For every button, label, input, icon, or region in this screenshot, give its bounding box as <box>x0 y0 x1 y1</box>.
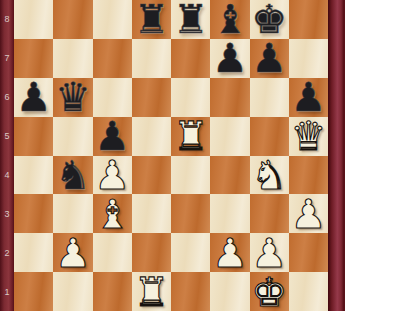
square-h2[interactable] <box>289 233 328 272</box>
square-c2[interactable] <box>93 233 132 272</box>
square-c8[interactable] <box>93 0 132 39</box>
piece-white-rook: ♜ <box>133 272 169 311</box>
square-f8[interactable]: ♝ <box>210 0 249 39</box>
rank-label-6: 6 <box>0 78 14 117</box>
piece-black-queen: ♛ <box>55 78 91 117</box>
square-c3[interactable]: ♝ <box>93 194 132 233</box>
square-e5[interactable]: ♜ <box>171 117 210 156</box>
square-f5[interactable] <box>210 117 249 156</box>
square-f6[interactable] <box>210 78 249 117</box>
piece-black-pawn: ♟ <box>290 78 326 117</box>
piece-white-pawn: ♟ <box>55 233 91 272</box>
piece-white-knight: ♞ <box>251 156 287 195</box>
square-c4[interactable]: ♟ <box>93 156 132 195</box>
piece-white-queen: ♛ <box>290 117 326 156</box>
square-h4[interactable] <box>289 156 328 195</box>
square-g3[interactable] <box>250 194 289 233</box>
square-b6[interactable]: ♛ <box>53 78 92 117</box>
square-h7[interactable] <box>289 39 328 78</box>
chess-board-frame: 87654321 ♜♜♝♚♟♟♟♛♟♟♜♛♞♟♞♝♟♟♟♟♜♚ <box>0 0 345 311</box>
square-g1[interactable]: ♚ <box>250 272 289 311</box>
square-a2[interactable] <box>14 233 53 272</box>
square-g4[interactable]: ♞ <box>250 156 289 195</box>
square-d8[interactable]: ♜ <box>132 0 171 39</box>
square-a4[interactable] <box>14 156 53 195</box>
rank-labels: 87654321 <box>0 0 14 311</box>
square-h1[interactable] <box>289 272 328 311</box>
piece-white-rook: ♜ <box>173 117 209 156</box>
rank-label-1: 1 <box>0 272 14 311</box>
piece-white-king: ♚ <box>251 272 287 311</box>
square-e7[interactable] <box>171 39 210 78</box>
square-e4[interactable] <box>171 156 210 195</box>
square-d7[interactable] <box>132 39 171 78</box>
square-f1[interactable] <box>210 272 249 311</box>
square-h8[interactable] <box>289 0 328 39</box>
square-b7[interactable] <box>53 39 92 78</box>
piece-white-pawn: ♟ <box>212 233 248 272</box>
piece-black-pawn: ♟ <box>212 39 248 78</box>
square-g2[interactable]: ♟ <box>250 233 289 272</box>
piece-black-pawn: ♟ <box>251 39 287 78</box>
square-e6[interactable] <box>171 78 210 117</box>
square-a1[interactable] <box>14 272 53 311</box>
piece-black-pawn: ♟ <box>94 117 130 156</box>
square-g5[interactable] <box>250 117 289 156</box>
piece-black-king: ♚ <box>251 0 287 39</box>
piece-white-bishop: ♝ <box>94 194 130 233</box>
square-a7[interactable] <box>14 39 53 78</box>
square-g7[interactable]: ♟ <box>250 39 289 78</box>
piece-white-pawn: ♟ <box>94 156 130 195</box>
square-e8[interactable]: ♜ <box>171 0 210 39</box>
square-e3[interactable] <box>171 194 210 233</box>
square-h5[interactable]: ♛ <box>289 117 328 156</box>
piece-black-rook: ♜ <box>173 0 209 39</box>
rank-label-4: 4 <box>0 156 14 195</box>
square-b1[interactable] <box>53 272 92 311</box>
piece-white-pawn: ♟ <box>290 194 326 233</box>
rank-label-7: 7 <box>0 39 14 78</box>
square-d3[interactable] <box>132 194 171 233</box>
square-b8[interactable] <box>53 0 92 39</box>
square-d1[interactable]: ♜ <box>132 272 171 311</box>
square-e2[interactable] <box>171 233 210 272</box>
square-b4[interactable]: ♞ <box>53 156 92 195</box>
square-b2[interactable]: ♟ <box>53 233 92 272</box>
square-e1[interactable] <box>171 272 210 311</box>
piece-black-bishop: ♝ <box>212 0 248 39</box>
square-a8[interactable] <box>14 0 53 39</box>
screenshot-root: 87654321 ♜♜♝♚♟♟♟♛♟♟♜♛♞♟♞♝♟♟♟♟♜♚ <box>0 0 414 311</box>
square-d6[interactable] <box>132 78 171 117</box>
square-d4[interactable] <box>132 156 171 195</box>
square-d2[interactable] <box>132 233 171 272</box>
rank-label-2: 2 <box>0 233 14 272</box>
piece-black-rook: ♜ <box>133 0 169 39</box>
piece-black-pawn: ♟ <box>16 78 52 117</box>
rank-label-8: 8 <box>0 0 14 39</box>
square-h3[interactable]: ♟ <box>289 194 328 233</box>
square-a5[interactable] <box>14 117 53 156</box>
square-f4[interactable] <box>210 156 249 195</box>
square-b3[interactable] <box>53 194 92 233</box>
square-f2[interactable]: ♟ <box>210 233 249 272</box>
square-c7[interactable] <box>93 39 132 78</box>
rank-label-3: 3 <box>0 194 14 233</box>
square-h6[interactable]: ♟ <box>289 78 328 117</box>
square-g8[interactable]: ♚ <box>250 0 289 39</box>
rank-label-5: 5 <box>0 117 14 156</box>
square-d5[interactable] <box>132 117 171 156</box>
square-a6[interactable]: ♟ <box>14 78 53 117</box>
square-c6[interactable] <box>93 78 132 117</box>
square-c5[interactable]: ♟ <box>93 117 132 156</box>
board-right-edge <box>328 0 345 311</box>
piece-black-knight: ♞ <box>55 156 91 195</box>
chess-board: ♜♜♝♚♟♟♟♛♟♟♜♛♞♟♞♝♟♟♟♟♜♚ <box>14 0 328 311</box>
piece-white-pawn: ♟ <box>251 233 287 272</box>
square-a3[interactable] <box>14 194 53 233</box>
square-g6[interactable] <box>250 78 289 117</box>
square-f3[interactable] <box>210 194 249 233</box>
square-f7[interactable]: ♟ <box>210 39 249 78</box>
square-c1[interactable] <box>93 272 132 311</box>
square-b5[interactable] <box>53 117 92 156</box>
